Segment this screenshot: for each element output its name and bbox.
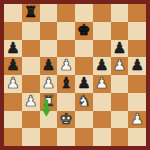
square-a4[interactable]: ♟ <box>4 75 22 93</box>
square-b2[interactable] <box>22 111 40 129</box>
square-g7[interactable] <box>111 22 129 40</box>
square-a5[interactable]: ♟ <box>4 57 22 75</box>
piece-black-pawn-f5[interactable]: ♟ <box>93 57 111 75</box>
square-f6[interactable] <box>93 40 111 58</box>
square-g2[interactable] <box>111 111 129 129</box>
square-a1[interactable] <box>4 128 22 146</box>
square-c3[interactable]: ♜ <box>40 93 58 111</box>
piece-black-rook-b8[interactable]: ♜ <box>22 4 40 22</box>
square-c8[interactable] <box>40 4 58 22</box>
square-f2[interactable] <box>93 111 111 129</box>
square-a7[interactable] <box>4 22 22 40</box>
square-b7[interactable] <box>22 22 40 40</box>
square-h4[interactable] <box>128 75 146 93</box>
square-g3[interactable] <box>111 93 129 111</box>
square-e8[interactable] <box>75 4 93 22</box>
square-h5[interactable]: ♟ <box>128 57 146 75</box>
square-h1[interactable] <box>128 128 146 146</box>
piece-white-pawn-g5[interactable]: ♟ <box>111 57 129 75</box>
square-c2[interactable] <box>40 111 58 129</box>
piece-white-king-d2[interactable]: ♚ <box>57 111 75 129</box>
piece-white-pawn-b3[interactable]: ♟ <box>22 93 40 111</box>
square-f1[interactable] <box>93 128 111 146</box>
chess-board: ♜♚♟♟♟♟♟♟♟♟♟♟♝♟♟♟♜♞♚♟ <box>0 0 150 150</box>
square-c5[interactable]: ♟ <box>40 57 58 75</box>
square-d8[interactable] <box>57 4 75 22</box>
square-h6[interactable] <box>128 40 146 58</box>
piece-white-pawn-c4[interactable]: ♟ <box>40 75 58 93</box>
square-e2[interactable] <box>75 111 93 129</box>
piece-white-rook-c3[interactable]: ♜ <box>40 93 58 111</box>
square-a2[interactable] <box>4 111 22 129</box>
piece-black-pawn-e4[interactable]: ♟ <box>75 75 93 93</box>
piece-white-pawn-a4[interactable]: ♟ <box>4 75 22 93</box>
square-b4[interactable] <box>22 75 40 93</box>
square-d6[interactable] <box>57 40 75 58</box>
square-f5[interactable]: ♟ <box>93 57 111 75</box>
square-c1[interactable] <box>40 128 58 146</box>
square-e5[interactable] <box>75 57 93 75</box>
piece-white-knight-e3[interactable]: ♞ <box>75 93 93 111</box>
square-e4[interactable]: ♟ <box>75 75 93 93</box>
piece-black-pawn-g6[interactable]: ♟ <box>111 40 129 58</box>
square-c7[interactable] <box>40 22 58 40</box>
square-a3[interactable] <box>4 93 22 111</box>
square-e7[interactable]: ♚ <box>75 22 93 40</box>
square-h2[interactable]: ♟ <box>128 111 146 129</box>
square-g8[interactable] <box>111 4 129 22</box>
piece-black-king-e7[interactable]: ♚ <box>75 22 93 40</box>
square-b3[interactable]: ♟ <box>22 93 40 111</box>
square-b6[interactable] <box>22 40 40 58</box>
piece-black-pawn-a5[interactable]: ♟ <box>4 57 22 75</box>
piece-black-bishop-d4[interactable]: ♝ <box>57 75 75 93</box>
piece-white-pawn-d5[interactable]: ♟ <box>57 57 75 75</box>
square-h3[interactable] <box>128 93 146 111</box>
square-b1[interactable] <box>22 128 40 146</box>
square-a8[interactable] <box>4 4 22 22</box>
square-f3[interactable] <box>93 93 111 111</box>
square-f4[interactable]: ♟ <box>93 75 111 93</box>
piece-black-pawn-a6[interactable]: ♟ <box>4 40 22 58</box>
square-e3[interactable]: ♞ <box>75 93 93 111</box>
square-b5[interactable] <box>22 57 40 75</box>
square-d1[interactable] <box>57 128 75 146</box>
square-d7[interactable] <box>57 22 75 40</box>
piece-white-pawn-h2[interactable]: ♟ <box>128 111 146 129</box>
square-d3[interactable] <box>57 93 75 111</box>
square-h8[interactable] <box>128 4 146 22</box>
square-e1[interactable] <box>75 128 93 146</box>
board-grid: ♜♚♟♟♟♟♟♟♟♟♟♟♝♟♟♟♜♞♚♟ <box>4 4 146 146</box>
square-g4[interactable] <box>111 75 129 93</box>
square-a6[interactable]: ♟ <box>4 40 22 58</box>
piece-black-pawn-c5[interactable]: ♟ <box>40 57 58 75</box>
square-h7[interactable] <box>128 22 146 40</box>
square-g6[interactable]: ♟ <box>111 40 129 58</box>
square-b8[interactable]: ♜ <box>22 4 40 22</box>
piece-white-pawn-f4[interactable]: ♟ <box>93 75 111 93</box>
square-c4[interactable]: ♟ <box>40 75 58 93</box>
square-d4[interactable]: ♝ <box>57 75 75 93</box>
square-c6[interactable] <box>40 40 58 58</box>
square-f8[interactable] <box>93 4 111 22</box>
square-e6[interactable] <box>75 40 93 58</box>
square-g1[interactable] <box>111 128 129 146</box>
piece-black-pawn-h5[interactable]: ♟ <box>128 57 146 75</box>
square-f7[interactable] <box>93 22 111 40</box>
square-d5[interactable]: ♟ <box>57 57 75 75</box>
square-g5[interactable]: ♟ <box>111 57 129 75</box>
square-d2[interactable]: ♚ <box>57 111 75 129</box>
